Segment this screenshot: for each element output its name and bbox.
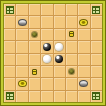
board-cell-r2c1[interactable] — [16, 29, 27, 40]
board-cell-r3c5[interactable] — [66, 41, 77, 52]
board-cell-r2c7[interactable] — [91, 29, 102, 40]
board-cell-r2c4[interactable] — [54, 29, 65, 40]
gold-pot[interactable] — [69, 31, 74, 37]
board-cell-r5c0[interactable] — [4, 66, 15, 77]
board-cell-r1c2[interactable] — [29, 16, 40, 27]
board-cell-r6c2[interactable] — [29, 78, 40, 89]
corner-tile[interactable] — [92, 6, 100, 14]
board-cell-r3c1[interactable] — [16, 41, 27, 52]
gold-coin[interactable] — [79, 19, 88, 26]
board-cell-r0c1[interactable] — [16, 4, 27, 15]
board-cell-r3c3[interactable] — [41, 41, 52, 52]
white-stone[interactable] — [43, 55, 51, 63]
board-cell-r4c2[interactable] — [29, 54, 40, 65]
board-cell-r6c3[interactable] — [41, 78, 52, 89]
board-cell-r7c4[interactable] — [54, 91, 65, 102]
game-board — [3, 3, 103, 103]
board-frame — [0, 0, 106, 106]
board-cell-r5c3[interactable] — [41, 66, 52, 77]
silver-disc[interactable] — [18, 19, 27, 26]
board-cell-r6c0[interactable] — [4, 78, 15, 89]
board-cell-r0c0[interactable] — [4, 4, 15, 15]
board-cell-r1c5[interactable] — [66, 16, 77, 27]
board-cell-r7c2[interactable] — [29, 91, 40, 102]
board-cell-r0c6[interactable] — [78, 4, 89, 15]
board-cell-r5c4[interactable] — [54, 66, 65, 77]
board-cell-r1c1[interactable] — [16, 16, 27, 27]
board-cell-r7c3[interactable] — [41, 91, 52, 102]
green-pawn[interactable] — [32, 32, 37, 37]
board-cell-r0c5[interactable] — [66, 4, 77, 15]
corner-tile[interactable] — [92, 92, 100, 100]
board-cell-r4c4[interactable] — [54, 54, 65, 65]
board-cell-r7c7[interactable] — [91, 91, 102, 102]
white-stone[interactable] — [55, 43, 63, 51]
board-cell-r3c6[interactable] — [78, 41, 89, 52]
board-cell-r4c0[interactable] — [4, 54, 15, 65]
board-cell-r2c6[interactable] — [78, 29, 89, 40]
board-cell-r3c2[interactable] — [29, 41, 40, 52]
black-stone[interactable] — [43, 43, 51, 51]
board-cell-r0c3[interactable] — [41, 4, 52, 15]
board-cell-r6c1[interactable] — [16, 78, 27, 89]
board-cell-r3c7[interactable] — [91, 41, 102, 52]
green-pawn[interactable] — [69, 69, 74, 74]
board-cell-r2c5[interactable] — [66, 29, 77, 40]
gold-pot[interactable] — [32, 69, 37, 75]
board-cell-r4c5[interactable] — [66, 54, 77, 65]
board-cell-r1c0[interactable] — [4, 16, 15, 27]
board-cell-r5c7[interactable] — [91, 66, 102, 77]
corner-tile[interactable] — [6, 92, 14, 100]
board-cell-r5c5[interactable] — [66, 66, 77, 77]
board-cell-r7c5[interactable] — [66, 91, 77, 102]
board-cell-r3c4[interactable] — [54, 41, 65, 52]
board-cell-r6c4[interactable] — [54, 78, 65, 89]
black-stone[interactable] — [55, 55, 63, 63]
board-cell-r7c1[interactable] — [16, 91, 27, 102]
board-cell-r0c7[interactable] — [91, 4, 102, 15]
board-cell-r3c0[interactable] — [4, 41, 15, 52]
board-cell-r1c4[interactable] — [54, 16, 65, 27]
board-cell-r4c3[interactable] — [41, 54, 52, 65]
board-cell-r4c7[interactable] — [91, 54, 102, 65]
gold-coin[interactable] — [18, 80, 27, 87]
board-cell-r2c3[interactable] — [41, 29, 52, 40]
board-cell-r4c6[interactable] — [78, 54, 89, 65]
board-cell-r7c6[interactable] — [78, 91, 89, 102]
board-cell-r1c3[interactable] — [41, 16, 52, 27]
board-cell-r0c2[interactable] — [29, 4, 40, 15]
board-cell-r1c6[interactable] — [78, 16, 89, 27]
corner-tile[interactable] — [6, 6, 14, 14]
game-window — [0, 0, 106, 106]
board-cell-r5c6[interactable] — [78, 66, 89, 77]
board-cell-r0c4[interactable] — [54, 4, 65, 15]
board-cell-r5c2[interactable] — [29, 66, 40, 77]
board-cell-r4c1[interactable] — [16, 54, 27, 65]
board-cell-r1c7[interactable] — [91, 16, 102, 27]
board-cell-r6c5[interactable] — [66, 78, 77, 89]
board-cell-r5c1[interactable] — [16, 66, 27, 77]
board-cell-r7c0[interactable] — [4, 91, 15, 102]
board-cell-r6c6[interactable] — [78, 78, 89, 89]
board-cell-r6c7[interactable] — [91, 78, 102, 89]
board-cell-r2c0[interactable] — [4, 29, 15, 40]
silver-disc[interactable] — [79, 80, 88, 87]
board-cell-r2c2[interactable] — [29, 29, 40, 40]
